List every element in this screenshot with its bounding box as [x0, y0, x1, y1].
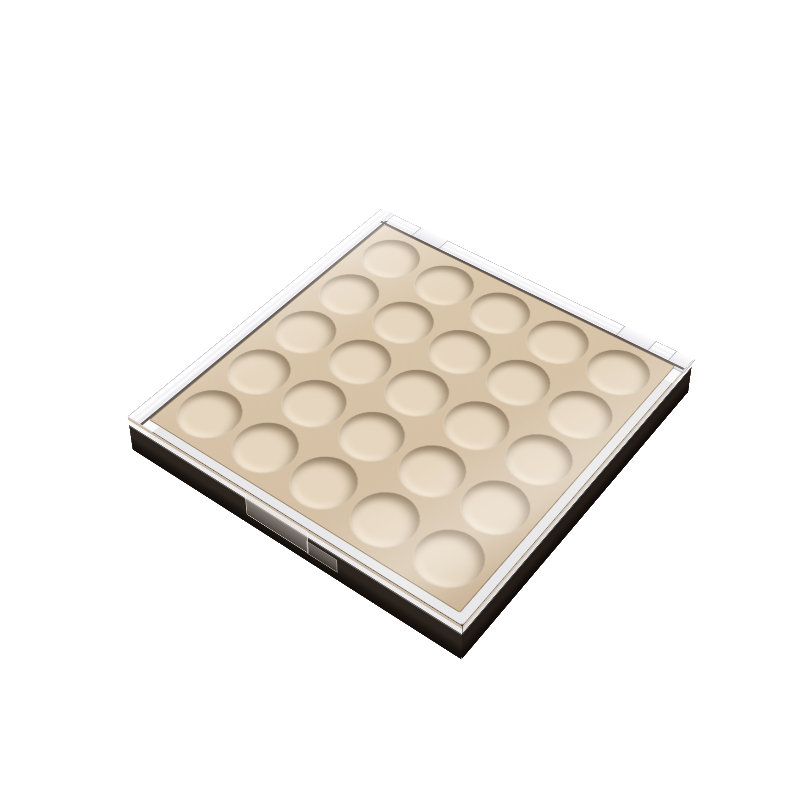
powder-tray	[149, 224, 675, 613]
palette-lid-top	[128, 209, 693, 626]
lid-clasp-step	[306, 541, 337, 573]
palette-box	[130, 225, 690, 643]
product-photo-scene	[0, 0, 800, 800]
wells-grid	[164, 232, 662, 599]
